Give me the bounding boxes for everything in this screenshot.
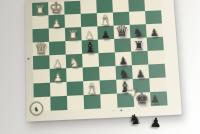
white-bishop-e7: ♝ bbox=[99, 13, 112, 28]
white-pawn-b7: ♟ bbox=[52, 19, 61, 30]
square-c1 bbox=[67, 95, 84, 110]
black-pawn-h6: ♟ bbox=[150, 28, 160, 39]
black-pawn-e6: ♟ bbox=[101, 30, 111, 41]
black-knight-g6: ♞ bbox=[132, 26, 144, 39]
white-king-b8: ♚ bbox=[49, 1, 63, 17]
square-b4: ♟ bbox=[49, 55, 66, 69]
captured-black-pawn: ♟ bbox=[150, 116, 162, 130]
square-g8 bbox=[128, 0, 145, 12]
square-b8: ♚ bbox=[48, 2, 64, 16]
loose-black-pawn-on-border: ♟ bbox=[150, 94, 160, 105]
white-pawn-b4: ♟ bbox=[53, 59, 62, 70]
square-d7 bbox=[81, 13, 98, 27]
square-d5: ♝ bbox=[82, 40, 99, 54]
black-pawn-f4: ♟ bbox=[119, 56, 129, 67]
board-grid: ♜♚♟♝♜♟♟♛♞♟♛♝♜♟♞♟♟♞♟♝♝♚ bbox=[32, 0, 168, 111]
square-c8 bbox=[64, 1, 81, 15]
square-e7: ♝ bbox=[97, 12, 114, 26]
square-e3 bbox=[99, 66, 116, 80]
square-b1 bbox=[50, 96, 67, 111]
black-pawn-g3: ♟ bbox=[136, 69, 146, 80]
left-border-mark: + bbox=[27, 56, 31, 61]
square-h2 bbox=[149, 77, 166, 92]
logo-knight-icon: ♞ bbox=[34, 105, 40, 112]
square-a5: ♛ bbox=[33, 42, 50, 56]
white-bishop-d2: ♝ bbox=[85, 81, 99, 97]
square-c2 bbox=[67, 81, 84, 96]
square-b2 bbox=[50, 82, 67, 97]
square-g5: ♜ bbox=[130, 37, 147, 51]
white-knight-c4: ♞ bbox=[68, 56, 79, 69]
square-b3: ♟ bbox=[50, 68, 67, 83]
square-e5 bbox=[98, 39, 115, 53]
square-d8 bbox=[80, 0, 97, 14]
square-g6: ♞ bbox=[130, 24, 147, 38]
square-a3 bbox=[33, 69, 50, 84]
square-h8 bbox=[144, 0, 161, 11]
black-bishop-d5: ♝ bbox=[83, 40, 96, 55]
square-b5 bbox=[49, 41, 66, 55]
black-rook-g5: ♜ bbox=[133, 40, 145, 53]
bottom-border-center-mark: - + - bbox=[112, 107, 132, 113]
white-rook-a8: ♜ bbox=[35, 4, 46, 17]
square-g7 bbox=[129, 11, 146, 25]
white-pawn-b3: ♟ bbox=[53, 73, 63, 84]
square-h4 bbox=[148, 50, 165, 64]
square-c7 bbox=[65, 14, 82, 28]
square-h3 bbox=[148, 64, 165, 78]
square-f8 bbox=[112, 0, 129, 12]
square-b6 bbox=[49, 28, 66, 42]
square-a8: ♜ bbox=[32, 2, 48, 16]
table-photo: ♜♚♟♝♜♟♟♛♞♟♛♝♜♟♞♟♟♞♟♝♝♚ ♟ ♟ ♞ - + - + ♞ ♟ bbox=[0, 0, 200, 134]
black-queen-f6: ♛ bbox=[115, 24, 129, 40]
square-c4: ♞ bbox=[66, 54, 83, 68]
square-d2: ♝ bbox=[83, 80, 100, 95]
square-h5 bbox=[147, 37, 164, 51]
white-rook-c6: ♜ bbox=[68, 29, 79, 42]
square-h6: ♟ bbox=[146, 23, 163, 37]
white-queen-a5: ♛ bbox=[34, 41, 48, 57]
square-c6: ♜ bbox=[65, 27, 82, 41]
fallen-white-pawn: ♟ bbox=[125, 86, 138, 99]
square-e1 bbox=[100, 94, 117, 109]
square-g3: ♟ bbox=[132, 64, 149, 78]
square-h7 bbox=[145, 10, 162, 24]
chess-board: ♜♚♟♝♜♟♟♛♞♟♛♝♜♟♞♟♟♞♟♝♝♚ ♟ ♟ ♞ - + - + bbox=[25, 0, 182, 122]
square-e4 bbox=[98, 52, 115, 66]
square-a2 bbox=[33, 83, 50, 98]
square-f6: ♛ bbox=[114, 25, 131, 39]
board-corner-logo: ♞ bbox=[30, 101, 44, 116]
square-f4: ♟ bbox=[115, 52, 132, 66]
square-e2 bbox=[100, 80, 117, 95]
